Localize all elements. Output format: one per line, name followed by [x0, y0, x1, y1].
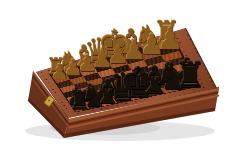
pieces-layer: ♜♞♝♛♚♝♞♜♟♟♟♟♟♟♟♟♟♟♟♟♟♟♟♟♜♞♝♛♚♝♞♜ [0, 0, 240, 150]
piece-black-rook[interactable]: ♜ [174, 56, 206, 92]
chess-set-photo: ♜♞♝♛♚♝♞♜♟♟♟♟♟♟♟♟♟♟♟♟♟♟♟♟♜♞♝♛♚♝♞♜ [0, 0, 240, 150]
